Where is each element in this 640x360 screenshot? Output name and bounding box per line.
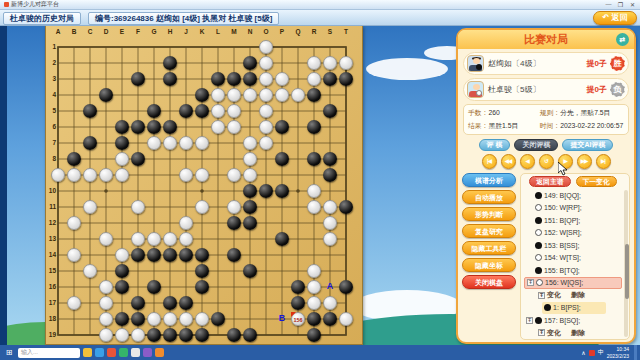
scrollbar-thumb[interactable] bbox=[625, 244, 629, 299]
move-text: 152: W[SR]; bbox=[544, 229, 582, 236]
move-row[interactable]: 153: B[SS]; bbox=[524, 239, 622, 252]
board-col-label-S: S bbox=[325, 28, 335, 35]
players-list: 赵绚如〔4级〕 提0子 胜 杜卓骏〔5级〕 提0子 负 bbox=[458, 49, 634, 101]
stone-black-D4 bbox=[99, 88, 113, 102]
board-col-label-E: E bbox=[117, 28, 127, 35]
board-row-label-1: 1 bbox=[46, 43, 56, 50]
board-row-label-4: 4 bbox=[46, 91, 56, 98]
window-titlebar: 新博少儿对弈平台 — ❐ ✕ bbox=[0, 0, 640, 10]
move-row[interactable]: 150: W[RP]; bbox=[524, 202, 622, 215]
stone-white-R16 bbox=[307, 280, 321, 294]
stone-white-R2 bbox=[307, 56, 321, 70]
stone-black-H2 bbox=[163, 56, 177, 70]
stone-white-R17 bbox=[307, 296, 321, 310]
taskbar-app-icon-docs[interactable] bbox=[131, 348, 140, 357]
tool-button[interactable]: 关闭棋盘 bbox=[462, 275, 516, 289]
white-stone-icon bbox=[535, 229, 542, 236]
board-row-label-12: 12 bbox=[46, 219, 56, 226]
stone-black-K4 bbox=[195, 88, 209, 102]
stone-black-H19 bbox=[163, 328, 177, 342]
stone-white-O1 bbox=[259, 40, 273, 54]
start-button[interactable]: ⊞ bbox=[3, 345, 15, 360]
delete-link[interactable]: 删除 bbox=[571, 290, 585, 300]
board-col-label-P: P bbox=[277, 28, 287, 35]
stone-black-L18 bbox=[211, 312, 225, 326]
stone-black-R4 bbox=[307, 88, 321, 102]
stone-white-S13 bbox=[323, 232, 337, 246]
system-tray: ∧ 中 10:34 2023/2/23 bbox=[581, 345, 637, 360]
minimize-button[interactable]: — bbox=[603, 1, 614, 8]
stone-black-M3 bbox=[227, 72, 241, 86]
stone-black-G6 bbox=[147, 120, 161, 134]
stone-white-J13 bbox=[179, 232, 193, 246]
tab-history-games[interactable]: 杜卓骏的历史对局 bbox=[3, 12, 81, 25]
stone-black-K16 bbox=[195, 280, 209, 294]
white-stone-icon bbox=[535, 204, 542, 211]
game-header-info: 编号:369264836 赵绚如 [4级] 执黑对 杜卓骏 [5级] bbox=[88, 12, 279, 25]
stone-black-J17 bbox=[179, 296, 193, 310]
stone-white-T2 bbox=[339, 56, 353, 70]
variation-toggle-icon[interactable]: Ŧ bbox=[527, 279, 534, 286]
move-list: 返回主谱 下一变化 149: B[QQ];150: W[RP];151: B[Q… bbox=[520, 173, 630, 340]
taskbar-app-icon-tool[interactable] bbox=[143, 348, 152, 357]
player-black-captures: 提0子 bbox=[587, 58, 607, 69]
tab-strip: 杜卓骏的历史对局 编号:369264836 赵绚如 [4级] 执黑对 杜卓骏 [… bbox=[0, 10, 640, 26]
board-col-label-N: N bbox=[245, 28, 255, 35]
stone-white-H18 bbox=[163, 312, 177, 326]
maximize-button[interactable]: ❐ bbox=[615, 1, 626, 8]
tool-buttons: 棋谱分析自动播放形势判断复盘研究隐藏工具栏隐藏坐标关闭棋盘 bbox=[462, 173, 516, 340]
stone-black-G16 bbox=[147, 280, 161, 294]
stone-black-T16 bbox=[339, 280, 353, 294]
black-stone-icon bbox=[544, 304, 551, 311]
board-col-label-C: C bbox=[85, 28, 95, 35]
variation-label-A[interactable]: A bbox=[323, 281, 337, 291]
stone-black-J5 bbox=[179, 104, 193, 118]
board-row-label-13: 13 bbox=[46, 235, 56, 242]
stone-white-K7 bbox=[195, 136, 209, 150]
notification-badge[interactable] bbox=[589, 350, 595, 356]
share-icon[interactable]: ⇄ bbox=[616, 33, 629, 46]
stone-white-D19 bbox=[99, 328, 113, 342]
stone-white-C9 bbox=[83, 168, 97, 182]
board-col-label-J: J bbox=[181, 28, 191, 35]
stone-black-L3 bbox=[211, 72, 225, 86]
move-row[interactable]: Ŧ变化删除 bbox=[524, 289, 622, 302]
stone-white-D13 bbox=[99, 232, 113, 246]
nav-button-first[interactable]: |◀ bbox=[482, 154, 497, 169]
stone-black-T3 bbox=[339, 72, 353, 86]
stone-white-N7 bbox=[243, 136, 257, 150]
stone-black-S18 bbox=[323, 312, 337, 326]
move-row[interactable]: Ŧ变化删除 bbox=[524, 327, 622, 340]
stone-white-B9 bbox=[67, 168, 81, 182]
stone-white-N4 bbox=[243, 88, 257, 102]
tool-button[interactable]: 自动播放 bbox=[462, 190, 516, 204]
tool-button[interactable]: 形势判断 bbox=[462, 207, 516, 221]
move-row[interactable]: 154: W[TS]; bbox=[524, 252, 622, 265]
stone-white-G13 bbox=[147, 232, 161, 246]
move-row[interactable]: 151: B[QP]; bbox=[524, 214, 622, 227]
stone-white-C15 bbox=[83, 264, 97, 278]
clock[interactable]: 10:34 2023/2/23 bbox=[607, 346, 629, 359]
stone-white-E9 bbox=[115, 168, 129, 182]
stone-white-J7 bbox=[179, 136, 193, 150]
stone-black-F8 bbox=[131, 152, 145, 166]
stone-white-D9 bbox=[99, 168, 113, 182]
board-row-label-5: 5 bbox=[46, 107, 56, 114]
stone-black-O10 bbox=[259, 184, 273, 198]
taskbar-app-icon-game[interactable] bbox=[107, 348, 116, 357]
review-button[interactable]: 评 棋 bbox=[479, 139, 511, 151]
stone-black-R6 bbox=[307, 120, 321, 134]
stone-white-E8 bbox=[115, 152, 129, 166]
stone-white-S17 bbox=[323, 296, 337, 310]
stone-black-G19 bbox=[147, 328, 161, 342]
stone-black-N11 bbox=[243, 200, 257, 214]
stone-black-H6 bbox=[163, 120, 177, 134]
stone-white-A9 bbox=[51, 168, 65, 182]
board-col-label-B: B bbox=[69, 28, 79, 35]
stone-white-O7 bbox=[259, 136, 273, 150]
stone-black-Q16 bbox=[291, 280, 305, 294]
stone-black-B8 bbox=[67, 152, 81, 166]
board-col-label-R: R bbox=[309, 28, 319, 35]
board-row-label-3: 3 bbox=[46, 75, 56, 82]
stone-black-F17 bbox=[131, 296, 145, 310]
taskbar-app-icon-folder[interactable] bbox=[83, 348, 92, 357]
mouse-cursor bbox=[558, 162, 569, 180]
stone-black-P8 bbox=[275, 152, 289, 166]
stone-black-J19 bbox=[179, 328, 193, 342]
stone-white-G7 bbox=[147, 136, 161, 150]
board-col-label-O: O bbox=[261, 28, 271, 35]
stone-white-J9 bbox=[179, 168, 193, 182]
nav-button-fast-back[interactable]: ◀◀ bbox=[501, 154, 516, 169]
black-stone-icon bbox=[535, 267, 542, 274]
stone-black-E7 bbox=[115, 136, 129, 150]
white-stone-icon bbox=[536, 279, 543, 286]
stone-black-E6 bbox=[115, 120, 129, 134]
game-info-box: 手数：260 规则：分先，黑贴7.5目 结果：黑胜1.5目 时间：2023-02… bbox=[463, 104, 629, 135]
stone-white-P3 bbox=[275, 72, 289, 86]
stone-black-F14 bbox=[131, 248, 145, 262]
stone-white-D16 bbox=[99, 280, 113, 294]
stone-black-K14 bbox=[195, 248, 209, 262]
stone-white-N8 bbox=[243, 152, 257, 166]
board-row-label-6: 6 bbox=[46, 123, 56, 130]
stone-white-S11 bbox=[323, 200, 337, 214]
stone-black-R18 bbox=[307, 312, 321, 326]
stone-white-H13 bbox=[163, 232, 177, 246]
board-row-label-8: 8 bbox=[46, 155, 56, 162]
stone-white-O2 bbox=[259, 56, 273, 70]
move-text: 150: W[RP]; bbox=[544, 204, 582, 211]
board-col-label-A: A bbox=[53, 28, 63, 35]
stone-white-L6 bbox=[211, 120, 225, 134]
board-row-label-7: 7 bbox=[46, 139, 56, 146]
stone-black-G5 bbox=[147, 104, 161, 118]
stone-white-F13 bbox=[131, 232, 145, 246]
stone-black-E16 bbox=[115, 280, 129, 294]
board-row-label-11: 11 bbox=[46, 203, 56, 210]
tool-button[interactable]: 棋谱分析 bbox=[462, 173, 516, 187]
stone-black-H3 bbox=[163, 72, 177, 86]
stone-black-N3 bbox=[243, 72, 257, 86]
stone-white-B14 bbox=[67, 248, 81, 262]
stone-white-R10 bbox=[307, 184, 321, 198]
stone-black-P10 bbox=[275, 184, 289, 198]
stone-white-M11 bbox=[227, 200, 241, 214]
stone-white-M9 bbox=[227, 168, 241, 182]
stone-black-K19 bbox=[195, 328, 209, 342]
stone-black-M12 bbox=[227, 216, 241, 230]
stone-white-M6 bbox=[227, 120, 241, 134]
stone-black-K15 bbox=[195, 264, 209, 278]
stone-black-C7 bbox=[83, 136, 97, 150]
variation-link[interactable]: 变化 bbox=[547, 290, 561, 300]
go-board[interactable]: ABCDEFGHJKLMNOPQRST123456789101112131415… bbox=[45, 25, 363, 345]
close-button[interactable]: ✕ bbox=[627, 1, 638, 8]
black-stone-icon bbox=[535, 192, 542, 199]
nav-button-reset[interactable]: ↺ bbox=[539, 154, 554, 169]
stone-black-F18 bbox=[131, 312, 145, 326]
tool-button[interactable]: 复盘研究 bbox=[462, 224, 516, 238]
stone-black-S5 bbox=[323, 104, 337, 118]
stone-white-M4 bbox=[227, 88, 241, 102]
stone-black-K5 bbox=[195, 104, 209, 118]
variation-link[interactable]: 变化 bbox=[547, 328, 561, 338]
stone-white-Q18: 156 bbox=[291, 312, 305, 326]
board-row-label-18: 18 bbox=[46, 315, 56, 322]
stone-black-S8 bbox=[323, 152, 337, 166]
board-col-label-Q: Q bbox=[293, 28, 303, 35]
result-badge-win: 胜 bbox=[610, 56, 625, 71]
ime-indicator[interactable]: 中 bbox=[598, 348, 604, 357]
stone-black-F6 bbox=[131, 120, 145, 134]
stone-white-L4 bbox=[211, 88, 225, 102]
stone-white-K11 bbox=[195, 200, 209, 214]
stone-black-N19 bbox=[243, 328, 257, 342]
stone-white-J18 bbox=[179, 312, 193, 326]
taskbar-search-box[interactable]: 输入... bbox=[18, 348, 80, 358]
move-row[interactable]: Ŧ156: W[QS]; bbox=[524, 277, 622, 290]
taskbar: ⊞ 输入... ∧ 中 10:34 2023/2/23 bbox=[0, 345, 640, 360]
last-move-number: 156 bbox=[292, 317, 304, 323]
move-text: 154: W[TS]; bbox=[544, 254, 581, 261]
tray-caret-icon[interactable]: ∧ bbox=[581, 349, 585, 356]
game-result: 结果：黑胜1.5目 bbox=[468, 121, 540, 131]
stone-white-J12 bbox=[179, 216, 193, 230]
nav-button-back[interactable]: ◀ bbox=[520, 154, 535, 169]
stone-black-P6 bbox=[275, 120, 289, 134]
stone-white-C11 bbox=[83, 200, 97, 214]
rules: 规则：分先，黑贴7.5目 bbox=[540, 108, 624, 118]
stone-white-R3 bbox=[307, 72, 321, 86]
stone-black-G14 bbox=[147, 248, 161, 262]
stone-black-M14 bbox=[227, 248, 241, 262]
move-row[interactable]: 1: B[PS]; bbox=[542, 302, 606, 315]
stone-white-F11 bbox=[131, 200, 145, 214]
stone-black-M19 bbox=[227, 328, 241, 342]
taskbar-app-icon-chat[interactable] bbox=[119, 348, 128, 357]
board-col-label-T: T bbox=[341, 28, 351, 35]
cloud bbox=[366, 58, 448, 80]
stone-white-N9 bbox=[243, 168, 257, 182]
nav-button-fast-forward[interactable]: ▶▶ bbox=[577, 154, 592, 169]
avatar-black-player bbox=[467, 55, 484, 72]
action-buttons: 评 棋 关闭评棋 提交AI评棋 bbox=[458, 139, 634, 151]
stone-white-G18 bbox=[147, 312, 161, 326]
stone-white-H7 bbox=[163, 136, 177, 150]
board-row-label-19: 19 bbox=[46, 331, 56, 338]
board-row-label-17: 17 bbox=[46, 299, 56, 306]
variation-label-B[interactable]: B bbox=[275, 313, 289, 323]
move-count: 手数：260 bbox=[468, 108, 540, 118]
board-col-label-H: H bbox=[165, 28, 175, 35]
tool-button[interactable]: 隐藏工具栏 bbox=[462, 241, 516, 255]
player-black-name: 赵绚如〔4级〕 bbox=[488, 58, 587, 69]
review-panel: 比赛对局 ⇄ 赵绚如〔4级〕 提0子 胜 杜卓骏〔5级〕 提0子 负 手数：26… bbox=[456, 28, 636, 344]
move-text: 151: B[QP]; bbox=[544, 217, 580, 224]
move-text: 156: W[QS]; bbox=[545, 279, 583, 286]
panel-title: 比赛对局 bbox=[458, 30, 634, 49]
stone-black-E18 bbox=[115, 312, 129, 326]
stone-white-S2 bbox=[323, 56, 337, 70]
stone-black-S3 bbox=[323, 72, 337, 86]
stone-black-C5 bbox=[83, 104, 97, 118]
variation-toggle-icon[interactable]: Ŧ bbox=[538, 329, 545, 336]
move-text: 155: B[TQ]; bbox=[544, 267, 580, 274]
move-text: 1: B[PS]; bbox=[553, 304, 581, 311]
stone-black-H17 bbox=[163, 296, 177, 310]
taskbar-app-icon-browser[interactable] bbox=[95, 348, 104, 357]
white-stone-icon bbox=[535, 254, 542, 261]
left-edge-strip bbox=[0, 26, 7, 345]
stone-black-N10 bbox=[243, 184, 257, 198]
board-col-label-G: G bbox=[149, 28, 159, 35]
tool-button[interactable]: 隐藏坐标 bbox=[462, 258, 516, 272]
board-col-label-L: L bbox=[213, 28, 223, 35]
variation-toggle-icon[interactable]: Ŧ bbox=[526, 317, 533, 324]
avatar-white-player bbox=[467, 81, 484, 98]
nav-button-last[interactable]: ▶| bbox=[596, 154, 611, 169]
move-text: 149: B[QQ]; bbox=[544, 192, 581, 199]
move-navigation: |◀◀◀◀↺▶▶▶▶| bbox=[458, 154, 634, 169]
stone-black-R19 bbox=[307, 328, 321, 342]
variation-toggle-icon[interactable]: Ŧ bbox=[538, 292, 545, 299]
app-title: 新博少儿对弈平台 bbox=[11, 0, 59, 9]
window-controls: — ❐ ✕ bbox=[603, 1, 638, 8]
stone-white-E14 bbox=[115, 248, 129, 262]
black-stone-icon bbox=[535, 242, 542, 249]
stone-white-L5 bbox=[211, 104, 225, 118]
player-white-name: 杜卓骏〔5级〕 bbox=[488, 84, 587, 95]
board-row-label-14: 14 bbox=[46, 251, 56, 258]
taskbar-app-icon-media[interactable] bbox=[155, 348, 164, 357]
game-time: 时间：2023-02-22 20:06:57 bbox=[540, 121, 624, 131]
move-row[interactable]: Ŧ157: B[SQ]; bbox=[524, 314, 622, 327]
stone-white-K9 bbox=[195, 168, 209, 182]
black-stone-icon bbox=[535, 317, 542, 324]
player-white-row: 杜卓骏〔5级〕 提0子 负 bbox=[463, 78, 629, 101]
stone-white-T18 bbox=[339, 312, 353, 326]
stone-white-B17 bbox=[67, 296, 81, 310]
move-text: 157: B[SQ]; bbox=[544, 317, 580, 324]
black-stone-icon bbox=[535, 217, 542, 224]
stone-black-H14 bbox=[163, 248, 177, 262]
close-review-button[interactable]: 关闭评棋 bbox=[514, 139, 558, 151]
stone-black-F3 bbox=[131, 72, 145, 86]
move-text: 153: B[SS]; bbox=[544, 242, 579, 249]
stone-white-O5 bbox=[259, 104, 273, 118]
stone-black-N15 bbox=[243, 264, 257, 278]
stone-black-R8 bbox=[307, 152, 321, 166]
move-row[interactable]: 152: W[SR]; bbox=[524, 227, 622, 240]
stone-black-N12 bbox=[243, 216, 257, 230]
board-col-label-F: F bbox=[133, 28, 143, 35]
result-badge-loss: 负 bbox=[610, 82, 625, 97]
board-row-label-10: 10 bbox=[46, 187, 56, 194]
player-white-captures: 提0子 bbox=[587, 84, 607, 95]
stone-white-R15 bbox=[307, 264, 321, 278]
board-row-label-2: 2 bbox=[46, 59, 56, 66]
submit-ai-review-button[interactable]: 提交AI评棋 bbox=[562, 139, 613, 151]
move-row[interactable]: 149: B[QQ]; bbox=[524, 189, 622, 202]
board-col-label-D: D bbox=[101, 28, 111, 35]
stone-black-P13 bbox=[275, 232, 289, 246]
board-row-label-16: 16 bbox=[46, 283, 56, 290]
board-row-label-15: 15 bbox=[46, 267, 56, 274]
stone-white-Q4 bbox=[291, 88, 305, 102]
stone-white-D17 bbox=[99, 296, 113, 310]
stone-white-R11 bbox=[307, 200, 321, 214]
show-desktop-button[interactable] bbox=[634, 345, 637, 360]
back-button[interactable]: ↶ 返回 bbox=[593, 11, 637, 25]
app-icon bbox=[4, 2, 9, 7]
stone-white-E19 bbox=[115, 328, 129, 342]
stone-white-O4 bbox=[259, 88, 273, 102]
stone-white-K18 bbox=[195, 312, 209, 326]
stone-black-N2 bbox=[243, 56, 257, 70]
stone-white-B12 bbox=[67, 216, 81, 230]
stone-black-T11 bbox=[339, 200, 353, 214]
board-col-label-K: K bbox=[197, 28, 207, 35]
next-variation-button[interactable]: 下一变化 bbox=[576, 176, 617, 187]
move-row[interactable]: 155: B[TQ]; bbox=[524, 264, 622, 277]
stone-white-M5 bbox=[227, 104, 241, 118]
stone-white-O6 bbox=[259, 120, 273, 134]
stone-black-S9 bbox=[323, 168, 337, 182]
stone-black-E15 bbox=[115, 264, 129, 278]
stone-black-Q17 bbox=[291, 296, 305, 310]
board-col-label-M: M bbox=[229, 28, 239, 35]
player-black-row: 赵绚如〔4级〕 提0子 胜 bbox=[463, 52, 629, 75]
stone-white-P4 bbox=[275, 88, 289, 102]
stone-white-S12 bbox=[323, 216, 337, 230]
stone-white-O3 bbox=[259, 72, 273, 86]
stone-black-J14 bbox=[179, 248, 193, 262]
stone-white-D18 bbox=[99, 312, 113, 326]
stone-white-F19 bbox=[131, 328, 145, 342]
delete-link[interactable]: 删除 bbox=[571, 328, 585, 338]
